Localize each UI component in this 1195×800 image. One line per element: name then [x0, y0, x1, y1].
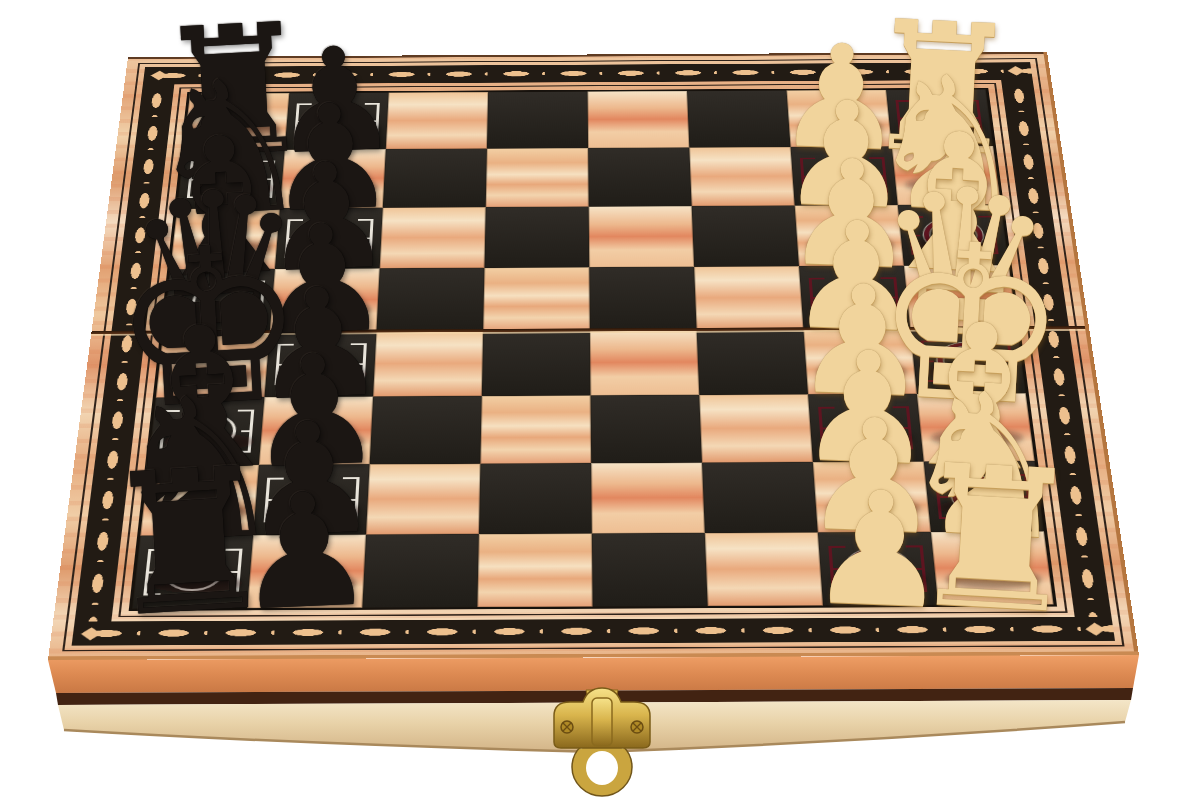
piece-black-pawn-h7: ♟ — [231, 471, 379, 634]
chess-set-photo: ♜♞♝♛♚♝♞♜♟♟♟♟♟♟♟♟♟♟♟♟♟♟♟♟♜♞♝♛♚♝♞♜ — [0, 0, 1195, 800]
pieces-layer: ♜♞♝♛♚♝♞♜♟♟♟♟♟♟♟♟♟♟♟♟♟♟♟♟♜♞♝♛♚♝♞♜ — [0, 0, 1195, 800]
piece-white-rook-h1: ♜ — [902, 437, 1088, 642]
